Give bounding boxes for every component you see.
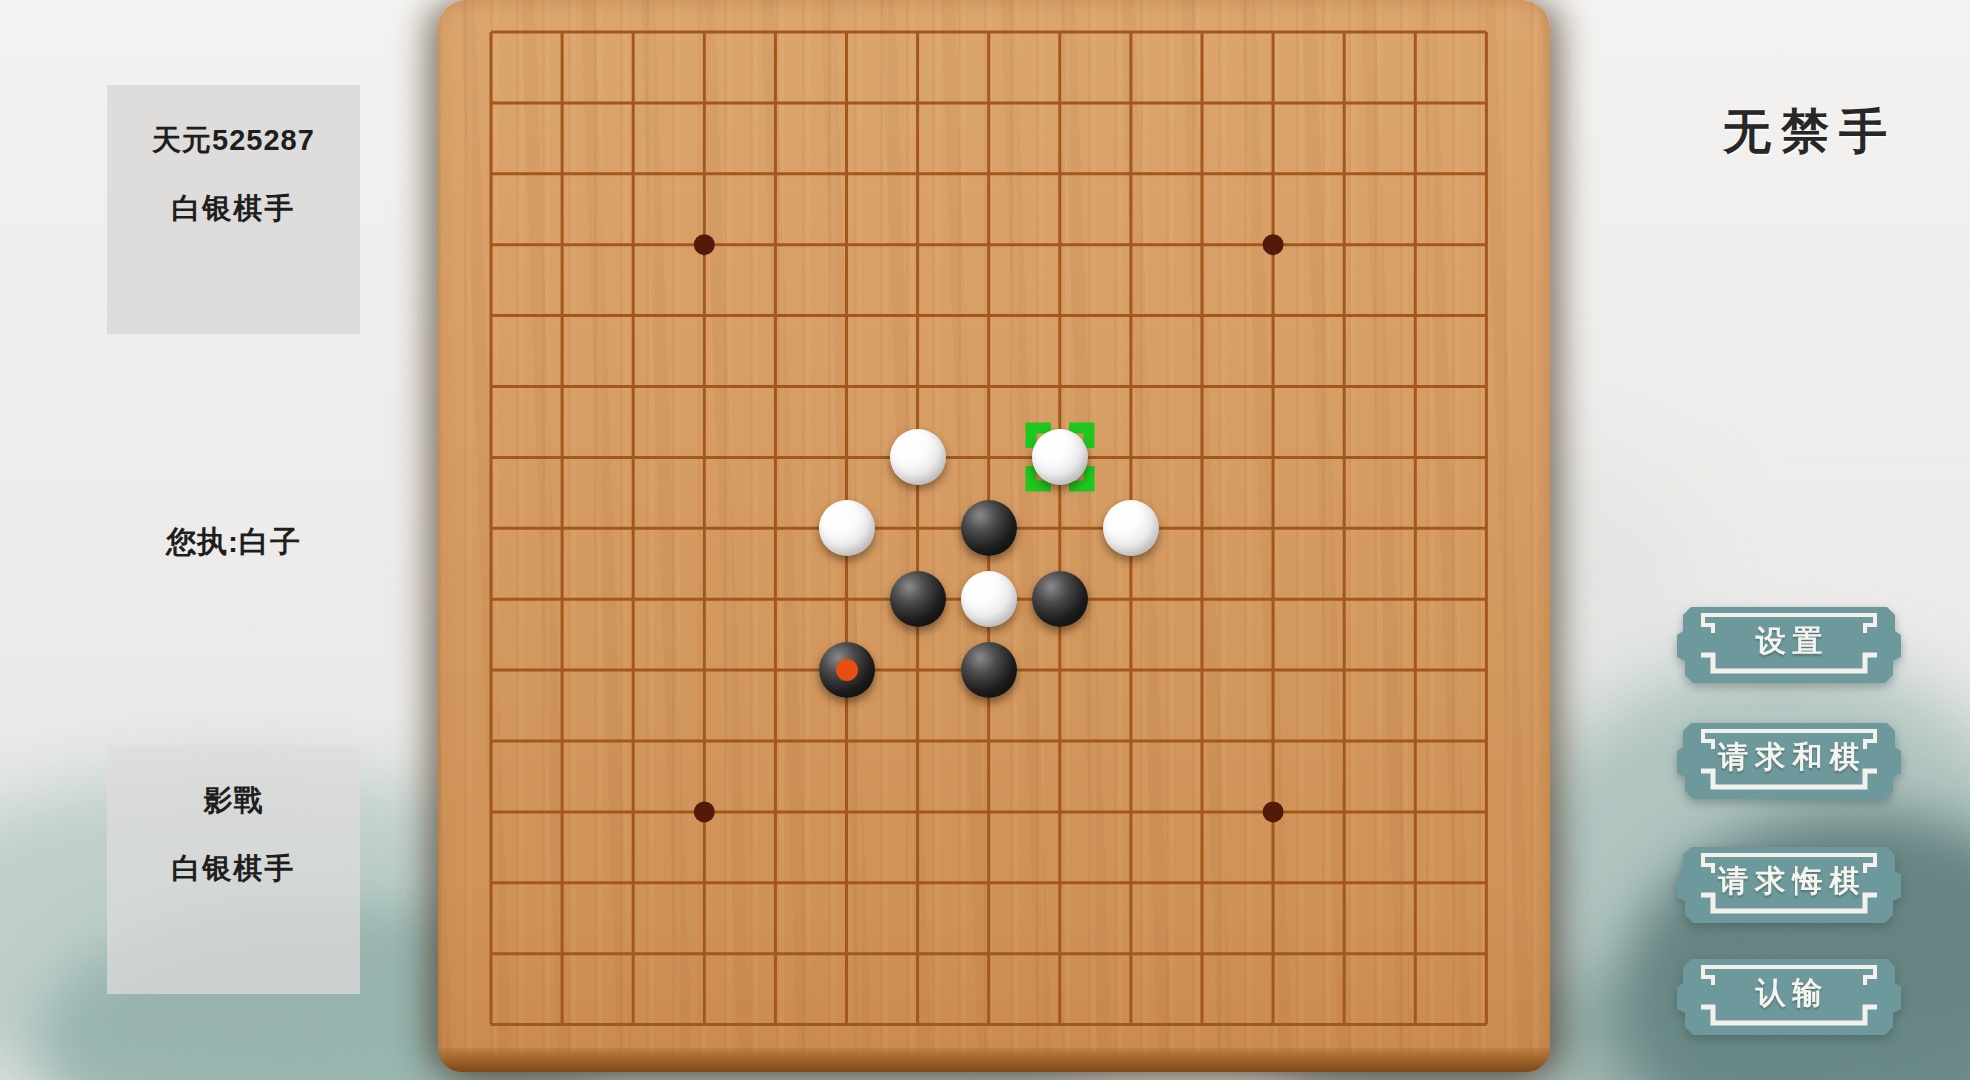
rule-label: 无禁手 <box>1655 100 1965 164</box>
stone-white <box>890 429 946 485</box>
self-rank: 白银棋手 <box>107 849 360 889</box>
stone-black <box>890 571 946 627</box>
request-undo-button-label: 请求悔棋 <box>1677 845 1901 917</box>
request-draw-button[interactable]: 请求和棋 <box>1677 721 1901 801</box>
stone-white <box>819 500 875 556</box>
opponent-panel: 天元525287 白银棋手 <box>107 85 360 334</box>
self-name: 影戰 <box>107 781 360 821</box>
stone-white <box>1103 500 1159 556</box>
stone-white <box>961 571 1017 627</box>
resign-button[interactable]: 认输 <box>1677 957 1901 1037</box>
resign-button-label: 认输 <box>1677 957 1901 1029</box>
stone-black <box>1032 571 1088 627</box>
request-undo-button[interactable]: 请求悔棋 <box>1677 845 1901 925</box>
board[interactable] <box>438 0 1550 1072</box>
stone-black <box>961 642 1017 698</box>
self-panel: 影戰 白银棋手 <box>107 745 360 994</box>
opponent-name: 天元525287 <box>107 121 360 161</box>
game-screen: 天元525287 白银棋手 您执:白子 影戰 白银棋手 无禁手 设置 <box>0 0 1970 1080</box>
request-draw-button-label: 请求和棋 <box>1677 721 1901 793</box>
your-color-label: 您执:白子 <box>107 522 360 563</box>
stone-white <box>1032 429 1088 485</box>
stone-black <box>961 500 1017 556</box>
settings-button[interactable]: 设置 <box>1677 605 1901 685</box>
last-move-dot <box>836 659 858 681</box>
settings-button-label: 设置 <box>1677 605 1901 677</box>
opponent-rank: 白银棋手 <box>107 189 360 229</box>
